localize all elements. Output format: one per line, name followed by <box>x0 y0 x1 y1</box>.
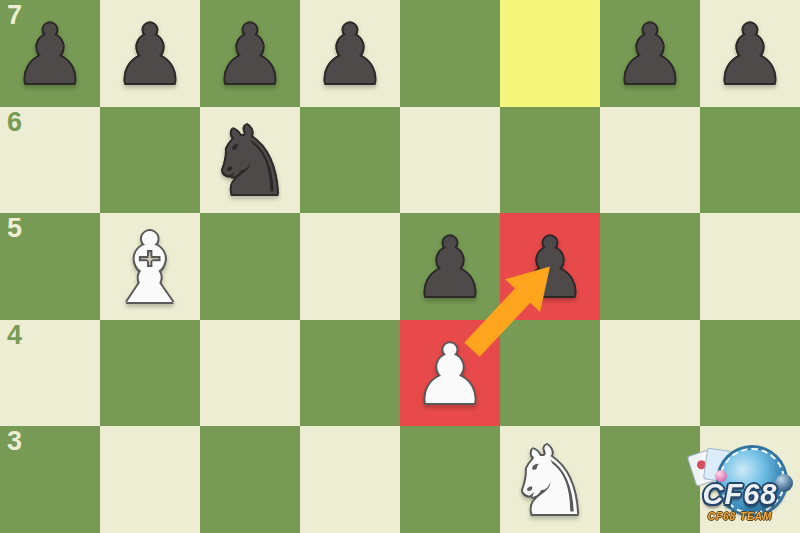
square-d7[interactable]: ♟ <box>300 0 400 107</box>
square-h4[interactable] <box>700 320 800 427</box>
square-b3[interactable] <box>100 426 200 533</box>
chessboard-screenshot: 7♟♟♟♟♟♟6♞5♝♟♟4♟3♞ CF68 CF68 TEAM <box>0 0 800 533</box>
square-f7[interactable] <box>500 0 600 107</box>
square-h6[interactable] <box>700 107 800 214</box>
square-e6[interactable] <box>400 107 500 214</box>
square-d6[interactable] <box>300 107 400 214</box>
square-b4[interactable] <box>100 320 200 427</box>
square-g7[interactable]: ♟ <box>600 0 700 107</box>
white-pawn-e4[interactable]: ♟ <box>413 334 487 416</box>
square-e5[interactable]: ♟ <box>400 213 500 320</box>
square-d3[interactable] <box>300 426 400 533</box>
square-e4[interactable]: ♟ <box>400 320 500 427</box>
watermark-title: CF68 <box>685 478 795 511</box>
square-c4[interactable] <box>200 320 300 427</box>
watermark-logo: CF68 CF68 TEAM <box>685 448 795 528</box>
square-g4[interactable] <box>600 320 700 427</box>
black-pawn-d7[interactable]: ♟ <box>313 14 387 96</box>
chessboard: 7♟♟♟♟♟♟6♞5♝♟♟4♟3♞ <box>0 0 800 533</box>
square-b7[interactable]: ♟ <box>100 0 200 107</box>
square-c7[interactable]: ♟ <box>200 0 300 107</box>
black-pawn-g7[interactable]: ♟ <box>613 14 687 96</box>
watermark-subtitle: CF68 TEAM <box>685 511 795 522</box>
black-pawn-c7[interactable]: ♟ <box>213 14 287 96</box>
white-bishop-b5[interactable]: ♝ <box>107 220 194 317</box>
square-f3[interactable]: ♞ <box>500 426 600 533</box>
rank-label-4: 4 <box>7 321 22 351</box>
black-pawn-e5[interactable]: ♟ <box>413 227 487 309</box>
square-d5[interactable] <box>300 213 400 320</box>
square-c3[interactable] <box>200 426 300 533</box>
rank-label-3: 3 <box>7 427 22 457</box>
black-pawn-f5[interactable]: ♟ <box>513 227 587 309</box>
square-h7[interactable]: ♟ <box>700 0 800 107</box>
square-a6[interactable]: 6 <box>0 107 100 214</box>
square-c5[interactable] <box>200 213 300 320</box>
black-pawn-a7[interactable]: ♟ <box>13 14 87 96</box>
black-knight-c6[interactable]: ♞ <box>207 114 292 209</box>
square-e3[interactable] <box>400 426 500 533</box>
square-f5[interactable]: ♟ <box>500 213 600 320</box>
square-e7[interactable] <box>400 0 500 107</box>
rank-label-5: 5 <box>7 214 22 244</box>
rank-label-6: 6 <box>7 108 22 138</box>
square-a4[interactable]: 4 <box>0 320 100 427</box>
square-f6[interactable] <box>500 107 600 214</box>
square-a7[interactable]: 7♟ <box>0 0 100 107</box>
white-knight-f3[interactable]: ♞ <box>507 434 592 529</box>
square-g6[interactable] <box>600 107 700 214</box>
square-h5[interactable] <box>700 213 800 320</box>
square-b6[interactable] <box>100 107 200 214</box>
square-c6[interactable]: ♞ <box>200 107 300 214</box>
square-d4[interactable] <box>300 320 400 427</box>
square-g5[interactable] <box>600 213 700 320</box>
square-f4[interactable] <box>500 320 600 427</box>
square-b5[interactable]: ♝ <box>100 213 200 320</box>
square-a3[interactable]: 3 <box>0 426 100 533</box>
square-a5[interactable]: 5 <box>0 213 100 320</box>
black-pawn-b7[interactable]: ♟ <box>113 14 187 96</box>
black-pawn-h7[interactable]: ♟ <box>713 14 787 96</box>
